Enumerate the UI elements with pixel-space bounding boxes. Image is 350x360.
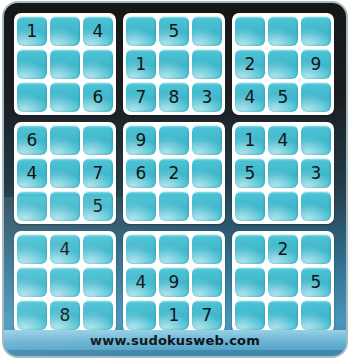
cell-r9c2[interactable]: 8 — [50, 300, 80, 330]
cell-r2c7[interactable]: 2 — [235, 49, 265, 79]
cell-r8c3[interactable] — [83, 267, 113, 297]
cell-r1c5[interactable]: 5 — [159, 16, 189, 46]
cell-r9c8[interactable] — [268, 300, 298, 330]
cell-r4c7[interactable]: 1 — [235, 125, 265, 155]
cell-r7c4[interactable] — [126, 234, 156, 264]
cell-r7c2[interactable]: 4 — [50, 234, 80, 264]
cell-r2c6[interactable] — [192, 49, 222, 79]
cell-r8c6[interactable] — [192, 267, 222, 297]
box-1: 146 — [14, 13, 116, 115]
cell-r1c3[interactable]: 4 — [83, 16, 113, 46]
box-4: 6475 — [14, 122, 116, 224]
cell-r6c2[interactable] — [50, 191, 80, 221]
cell-r7c1[interactable] — [17, 234, 47, 264]
box-3: 2945 — [232, 13, 334, 115]
cell-r3c8[interactable]: 5 — [268, 82, 298, 112]
cell-r5c1[interactable]: 4 — [17, 158, 47, 188]
cell-r2c4[interactable]: 1 — [126, 49, 156, 79]
cell-r6c3[interactable]: 5 — [83, 191, 113, 221]
cell-r4c3[interactable] — [83, 125, 113, 155]
cell-r3c1[interactable] — [17, 82, 47, 112]
cell-r3c6[interactable]: 3 — [192, 82, 222, 112]
cell-r4c8[interactable]: 4 — [268, 125, 298, 155]
cell-r6c6[interactable] — [192, 191, 222, 221]
cell-r1c7[interactable] — [235, 16, 265, 46]
cell-r3c7[interactable]: 4 — [235, 82, 265, 112]
cell-r1c8[interactable] — [268, 16, 298, 46]
cell-r6c4[interactable] — [126, 191, 156, 221]
cell-r9c7[interactable] — [235, 300, 265, 330]
box-8: 4917 — [123, 231, 225, 333]
cell-r8c5[interactable]: 9 — [159, 267, 189, 297]
cell-r8c7[interactable] — [235, 267, 265, 297]
cell-r9c5[interactable]: 1 — [159, 300, 189, 330]
cell-r3c9[interactable] — [301, 82, 331, 112]
cell-r7c3[interactable] — [83, 234, 113, 264]
cell-r8c8[interactable] — [268, 267, 298, 297]
cell-r7c5[interactable] — [159, 234, 189, 264]
box-2: 51783 — [123, 13, 225, 115]
cell-r9c6[interactable]: 7 — [192, 300, 222, 330]
cell-r7c8[interactable]: 2 — [268, 234, 298, 264]
footer-bar: www.sudokusweb.com — [4, 330, 346, 350]
cell-r5c7[interactable]: 5 — [235, 158, 265, 188]
cell-r5c6[interactable] — [192, 158, 222, 188]
cell-r4c4[interactable]: 9 — [126, 125, 156, 155]
cell-r2c1[interactable] — [17, 49, 47, 79]
cell-r1c6[interactable] — [192, 16, 222, 46]
cell-r4c1[interactable]: 6 — [17, 125, 47, 155]
cell-r8c2[interactable] — [50, 267, 80, 297]
cell-r5c2[interactable] — [50, 158, 80, 188]
box-6: 1453 — [232, 122, 334, 224]
cell-r6c8[interactable] — [268, 191, 298, 221]
cell-r7c7[interactable] — [235, 234, 265, 264]
cell-r2c3[interactable] — [83, 49, 113, 79]
cell-r8c9[interactable]: 5 — [301, 267, 331, 297]
cell-r3c5[interactable]: 8 — [159, 82, 189, 112]
cell-r3c2[interactable] — [50, 82, 80, 112]
cell-r4c2[interactable] — [50, 125, 80, 155]
cell-r5c5[interactable]: 2 — [159, 158, 189, 188]
cell-r5c9[interactable]: 3 — [301, 158, 331, 188]
box-9: 25 — [232, 231, 334, 333]
cell-r9c9[interactable] — [301, 300, 331, 330]
cell-r6c7[interactable] — [235, 191, 265, 221]
cell-r9c4[interactable] — [126, 300, 156, 330]
cell-r1c4[interactable] — [126, 16, 156, 46]
cell-r8c1[interactable] — [17, 267, 47, 297]
box-5: 962 — [123, 122, 225, 224]
cell-r1c1[interactable]: 1 — [17, 16, 47, 46]
cell-r3c4[interactable]: 7 — [126, 82, 156, 112]
cell-r6c1[interactable] — [17, 191, 47, 221]
cell-r1c2[interactable] — [50, 16, 80, 46]
cell-r5c4[interactable]: 6 — [126, 158, 156, 188]
cell-r4c6[interactable] — [192, 125, 222, 155]
cell-r5c8[interactable] — [268, 158, 298, 188]
cell-r7c9[interactable] — [301, 234, 331, 264]
cell-r4c5[interactable] — [159, 125, 189, 155]
cell-r7c6[interactable] — [192, 234, 222, 264]
sudoku-board: 1465178329456475962145348491725 — [4, 3, 344, 333]
board-frame: 1465178329456475962145348491725 www.sudo… — [2, 1, 348, 358]
cell-r2c5[interactable] — [159, 49, 189, 79]
box-7: 48 — [14, 231, 116, 333]
cell-r1c9[interactable] — [301, 16, 331, 46]
cell-r2c9[interactable]: 9 — [301, 49, 331, 79]
cell-r9c1[interactable] — [17, 300, 47, 330]
website-link[interactable]: www.sudokusweb.com — [90, 333, 260, 348]
cell-r2c2[interactable] — [50, 49, 80, 79]
cell-r4c9[interactable] — [301, 125, 331, 155]
cell-r3c3[interactable]: 6 — [83, 82, 113, 112]
cell-r6c9[interactable] — [301, 191, 331, 221]
cell-r9c3[interactable] — [83, 300, 113, 330]
cell-r6c5[interactable] — [159, 191, 189, 221]
sudoku-widget: 1465178329456475962145348491725 www.sudo… — [0, 0, 350, 360]
cell-r5c3[interactable]: 7 — [83, 158, 113, 188]
cell-r2c8[interactable] — [268, 49, 298, 79]
cell-r8c4[interactable]: 4 — [126, 267, 156, 297]
